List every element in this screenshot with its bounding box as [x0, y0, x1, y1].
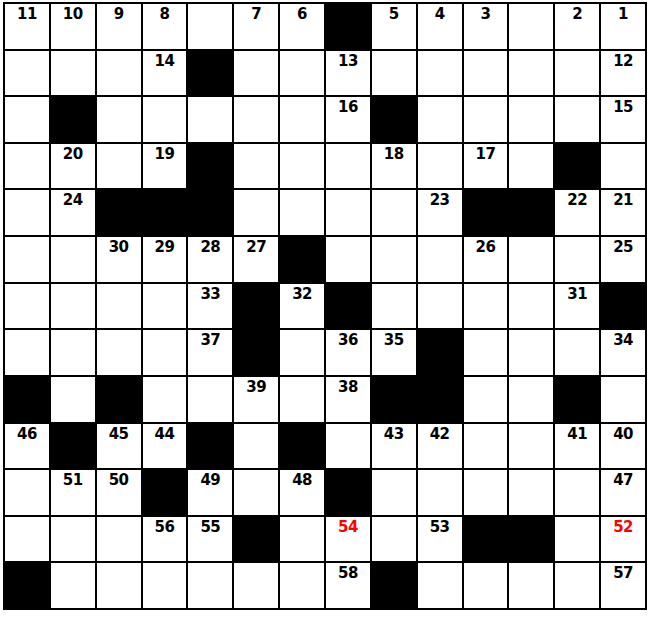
cell-r10c14[interactable]: 40: [601, 424, 645, 469]
cell-r1c10[interactable]: 4: [418, 4, 462, 49]
cell-r8c11[interactable]: [464, 330, 508, 375]
block-cell-r10c5: [188, 424, 232, 469]
cell-r3c10[interactable]: [418, 97, 462, 142]
clue-number-37: 37: [200, 330, 220, 348]
cell-r11c12[interactable]: [509, 470, 553, 515]
cell-r11c5[interactable]: 49: [188, 470, 232, 515]
cell-r7c11[interactable]: [464, 284, 508, 329]
clue-number-9: 9: [114, 4, 124, 22]
clue-number-18: 18: [384, 144, 404, 162]
cell-r4c1[interactable]: [5, 144, 49, 189]
clue-number-20: 20: [63, 144, 83, 162]
block-cell-r5c5: [188, 190, 232, 235]
cell-r4c14[interactable]: [601, 144, 645, 189]
cell-r6c8[interactable]: [326, 237, 370, 282]
cell-r1c2[interactable]: 10: [51, 4, 95, 49]
cell-r12c13[interactable]: [555, 517, 599, 562]
block-cell-r2c5: [188, 51, 232, 96]
cell-r4c3[interactable]: [97, 144, 141, 189]
cell-r7c2[interactable]: [51, 284, 95, 329]
cell-r3c13[interactable]: [555, 97, 599, 142]
clue-number-10: 10: [63, 4, 83, 22]
cell-r6c4[interactable]: 29: [143, 237, 187, 282]
cell-r6c3[interactable]: 30: [97, 237, 141, 282]
clue-number-53: 53: [430, 517, 450, 535]
clue-number-36: 36: [338, 330, 358, 348]
block-cell-r3c2: [51, 97, 95, 142]
clue-number-55: 55: [200, 517, 220, 535]
clue-number-42: 42: [430, 424, 450, 442]
cell-r3c11[interactable]: [464, 97, 508, 142]
cell-r4c10[interactable]: [418, 144, 462, 189]
cell-r13c14[interactable]: 57: [601, 563, 645, 608]
cell-r3c5[interactable]: [188, 97, 232, 142]
cell-r7c13[interactable]: 31: [555, 284, 599, 329]
block-cell-r8c10: [418, 330, 462, 375]
cell-r1c7[interactable]: 6: [280, 4, 324, 49]
cell-r9c5[interactable]: [188, 377, 232, 422]
cell-r1c6[interactable]: 7: [234, 4, 278, 49]
clue-number-1: 1: [618, 4, 628, 22]
block-cell-r4c13: [555, 144, 599, 189]
clue-number-38: 38: [338, 377, 358, 395]
clue-number-51: 51: [63, 470, 83, 488]
cell-r6c10[interactable]: [418, 237, 462, 282]
cell-r2c11[interactable]: [464, 51, 508, 96]
cell-r5c10[interactable]: 23: [418, 190, 462, 235]
cell-r6c12[interactable]: [509, 237, 553, 282]
block-cell-r7c8: [326, 284, 370, 329]
cell-r8c7[interactable]: [280, 330, 324, 375]
block-cell-r5c12: [509, 190, 553, 235]
cell-r13c11[interactable]: [464, 563, 508, 608]
clue-number-16: 16: [338, 97, 358, 115]
clue-number-14: 14: [155, 51, 175, 69]
cell-r7c1[interactable]: [5, 284, 49, 329]
cell-r5c7[interactable]: [280, 190, 324, 235]
cell-r1c12[interactable]: [509, 4, 553, 49]
clue-number-19: 19: [155, 144, 175, 162]
clue-number-15: 15: [613, 97, 633, 115]
cell-r7c3[interactable]: [97, 284, 141, 329]
cell-r10c1[interactable]: 46: [5, 424, 49, 469]
cell-r9c12[interactable]: [509, 377, 553, 422]
block-cell-r10c7: [280, 424, 324, 469]
cell-r12c14[interactable]: 52: [601, 517, 645, 562]
cell-r4c11[interactable]: 17: [464, 144, 508, 189]
block-cell-r12c6: [234, 517, 278, 562]
block-cell-r10c2: [51, 424, 95, 469]
cell-r8c8[interactable]: 36: [326, 330, 370, 375]
block-cell-r9c9: [372, 377, 416, 422]
cell-r5c2[interactable]: 24: [51, 190, 95, 235]
clue-number-49: 49: [200, 470, 220, 488]
cell-r6c1[interactable]: [5, 237, 49, 282]
cell-r5c9[interactable]: [372, 190, 416, 235]
cell-r3c12[interactable]: [509, 97, 553, 142]
cell-r2c12[interactable]: [509, 51, 553, 96]
cell-r9c2[interactable]: [51, 377, 95, 422]
cell-r2c2[interactable]: [51, 51, 95, 96]
clue-number-56: 56: [155, 517, 175, 535]
cell-r4c2[interactable]: 20: [51, 144, 95, 189]
clue-number-5: 5: [389, 4, 399, 22]
block-cell-r11c4: [143, 470, 187, 515]
block-cell-r5c11: [464, 190, 508, 235]
cell-r11c13[interactable]: [555, 470, 599, 515]
clue-number-45: 45: [109, 424, 129, 442]
cell-r12c8[interactable]: 54: [326, 517, 370, 562]
cell-r6c2[interactable]: [51, 237, 95, 282]
cell-r7c7[interactable]: 32: [280, 284, 324, 329]
cell-r13c2[interactable]: [51, 563, 95, 608]
cell-r1c11[interactable]: 3: [464, 4, 508, 49]
clue-number-27: 27: [246, 237, 266, 255]
cell-r13c10[interactable]: [418, 563, 462, 608]
cell-r8c4[interactable]: [143, 330, 187, 375]
block-cell-r5c3: [97, 190, 141, 235]
cell-r8c14[interactable]: 34: [601, 330, 645, 375]
cell-r2c4[interactable]: 14: [143, 51, 187, 96]
block-cell-r7c14: [601, 284, 645, 329]
cell-r13c7[interactable]: [280, 563, 324, 608]
cell-r8c12[interactable]: [509, 330, 553, 375]
clue-number-46: 46: [17, 424, 37, 442]
clue-number-11: 11: [17, 4, 37, 22]
clue-number-40: 40: [613, 424, 633, 442]
block-cell-r9c13: [555, 377, 599, 422]
cell-r8c2[interactable]: [51, 330, 95, 375]
cell-r10c9[interactable]: 43: [372, 424, 416, 469]
cell-r5c8[interactable]: [326, 190, 370, 235]
clue-number-58: 58: [338, 563, 358, 581]
clue-number-41: 41: [567, 424, 587, 442]
cell-r12c2[interactable]: [51, 517, 95, 562]
cell-r10c8[interactable]: [326, 424, 370, 469]
cell-r13c8[interactable]: 58: [326, 563, 370, 608]
cell-r4c7[interactable]: [280, 144, 324, 189]
cell-r1c9[interactable]: 5: [372, 4, 416, 49]
cell-r3c7[interactable]: [280, 97, 324, 142]
cell-r1c14[interactable]: 1: [601, 4, 645, 49]
cell-r10c11[interactable]: [464, 424, 508, 469]
clue-number-44: 44: [155, 424, 175, 442]
clue-number-25: 25: [613, 237, 633, 255]
cell-r8c13[interactable]: [555, 330, 599, 375]
cell-r1c5[interactable]: [188, 4, 232, 49]
clue-number-6: 6: [297, 4, 307, 22]
cell-r4c6[interactable]: [234, 144, 278, 189]
cell-r5c1[interactable]: [5, 190, 49, 235]
cell-r9c4[interactable]: [143, 377, 187, 422]
block-cell-r9c3: [97, 377, 141, 422]
cell-r4c8[interactable]: [326, 144, 370, 189]
cell-r12c7[interactable]: [280, 517, 324, 562]
cell-r2c8[interactable]: 13: [326, 51, 370, 96]
clue-number-26: 26: [476, 237, 496, 255]
cell-r8c9[interactable]: 35: [372, 330, 416, 375]
cell-r11c2[interactable]: 51: [51, 470, 95, 515]
block-cell-r3c9: [372, 97, 416, 142]
clue-number-22: 22: [567, 190, 587, 208]
cell-r1c1[interactable]: 11: [5, 4, 49, 49]
cell-r10c3[interactable]: 45: [97, 424, 141, 469]
clue-number-43: 43: [384, 424, 404, 442]
cell-r13c12[interactable]: [509, 563, 553, 608]
cell-r13c6[interactable]: [234, 563, 278, 608]
cell-r2c10[interactable]: [418, 51, 462, 96]
cell-r4c12[interactable]: [509, 144, 553, 189]
clue-number-3: 3: [481, 4, 491, 22]
cell-r12c5[interactable]: 55: [188, 517, 232, 562]
cell-r12c10[interactable]: 53: [418, 517, 462, 562]
cell-r7c12[interactable]: [509, 284, 553, 329]
block-cell-r7c6: [234, 284, 278, 329]
clue-number-8: 8: [160, 4, 170, 22]
cell-r8c5[interactable]: 37: [188, 330, 232, 375]
clue-number-4: 4: [435, 4, 445, 22]
cell-r12c4[interactable]: 56: [143, 517, 187, 562]
cell-r9c8[interactable]: 38: [326, 377, 370, 422]
clue-number-13: 13: [338, 51, 358, 69]
cell-r6c5[interactable]: 28: [188, 237, 232, 282]
cell-r6c14[interactable]: 25: [601, 237, 645, 282]
cell-r9c6[interactable]: 39: [234, 377, 278, 422]
cell-r6c6[interactable]: 27: [234, 237, 278, 282]
cell-r7c9[interactable]: [372, 284, 416, 329]
cell-r11c14[interactable]: 47: [601, 470, 645, 515]
cell-r1c13[interactable]: 2: [555, 4, 599, 49]
clue-number-47: 47: [613, 470, 633, 488]
crossword-grid: 1110987654321141312161520191817242322213…: [3, 2, 647, 610]
cell-r2c1[interactable]: [5, 51, 49, 96]
cell-r10c6[interactable]: [234, 424, 278, 469]
cell-r2c6[interactable]: [234, 51, 278, 96]
clue-number-31: 31: [567, 284, 587, 302]
clue-number-35: 35: [384, 330, 404, 348]
cell-r11c10[interactable]: [418, 470, 462, 515]
cell-r2c7[interactable]: [280, 51, 324, 96]
clue-number-17: 17: [476, 144, 496, 162]
cell-r12c1[interactable]: [5, 517, 49, 562]
block-cell-r1c8: [326, 4, 370, 49]
cell-r2c3[interactable]: [97, 51, 141, 96]
cell-r3c3[interactable]: [97, 97, 141, 142]
cell-r8c3[interactable]: [97, 330, 141, 375]
cell-r11c9[interactable]: [372, 470, 416, 515]
cell-r7c10[interactable]: [418, 284, 462, 329]
cell-r2c9[interactable]: [372, 51, 416, 96]
clue-number-52: 52: [613, 517, 633, 535]
cell-r6c11[interactable]: 26: [464, 237, 508, 282]
cell-r2c13[interactable]: [555, 51, 599, 96]
clue-number-2: 2: [572, 4, 582, 22]
clue-number-7: 7: [251, 4, 261, 22]
clue-number-23: 23: [430, 190, 450, 208]
crossword-board: 1110987654321141312161520191817242322213…: [3, 2, 647, 610]
block-cell-r6c7: [280, 237, 324, 282]
clue-number-24: 24: [63, 190, 83, 208]
cell-r3c6[interactable]: [234, 97, 278, 142]
cell-r9c7[interactable]: [280, 377, 324, 422]
block-cell-r11c8: [326, 470, 370, 515]
cell-r5c14[interactable]: 21: [601, 190, 645, 235]
clue-number-57: 57: [613, 563, 633, 581]
cell-r10c10[interactable]: 42: [418, 424, 462, 469]
cell-r3c1[interactable]: [5, 97, 49, 142]
block-cell-r9c1: [5, 377, 49, 422]
block-cell-r8c6: [234, 330, 278, 375]
cell-r11c7[interactable]: 48: [280, 470, 324, 515]
cell-r4c9[interactable]: 18: [372, 144, 416, 189]
block-cell-r5c4: [143, 190, 187, 235]
clue-number-33: 33: [200, 284, 220, 302]
cell-r12c9[interactable]: [372, 517, 416, 562]
cell-r13c13[interactable]: [555, 563, 599, 608]
cell-r7c4[interactable]: [143, 284, 187, 329]
cell-r1c4[interactable]: 8: [143, 4, 187, 49]
cell-r3c14[interactable]: 15: [601, 97, 645, 142]
cell-r9c11[interactable]: [464, 377, 508, 422]
block-cell-r9c10: [418, 377, 462, 422]
cell-r6c9[interactable]: [372, 237, 416, 282]
clue-number-21: 21: [613, 190, 633, 208]
clue-number-34: 34: [613, 330, 633, 348]
cell-r4c4[interactable]: 19: [143, 144, 187, 189]
cell-r9c14[interactable]: [601, 377, 645, 422]
cell-r10c12[interactable]: [509, 424, 553, 469]
cell-r10c4[interactable]: 44: [143, 424, 187, 469]
clue-number-12: 12: [613, 51, 633, 69]
cell-r11c11[interactable]: [464, 470, 508, 515]
cell-r8c1[interactable]: [5, 330, 49, 375]
block-cell-r4c5: [188, 144, 232, 189]
cell-r13c5[interactable]: [188, 563, 232, 608]
cell-r3c4[interactable]: [143, 97, 187, 142]
cell-r11c6[interactable]: [234, 470, 278, 515]
block-cell-r13c9: [372, 563, 416, 608]
clue-number-54: 54: [338, 517, 358, 535]
clue-number-48: 48: [292, 470, 312, 488]
clue-number-30: 30: [109, 237, 129, 255]
block-cell-r12c11: [464, 517, 508, 562]
cell-r13c3[interactable]: [97, 563, 141, 608]
cell-r1c3[interactable]: 9: [97, 4, 141, 49]
cell-r11c1[interactable]: [5, 470, 49, 515]
clue-number-32: 32: [292, 284, 312, 302]
clue-number-28: 28: [200, 237, 220, 255]
cell-r7c5[interactable]: 33: [188, 284, 232, 329]
cell-r2c14[interactable]: 12: [601, 51, 645, 96]
cell-r10c13[interactable]: 41: [555, 424, 599, 469]
clue-number-50: 50: [109, 470, 129, 488]
clue-number-39: 39: [246, 377, 266, 395]
cell-r5c6[interactable]: [234, 190, 278, 235]
cell-r6c13[interactable]: [555, 237, 599, 282]
cell-r13c4[interactable]: [143, 563, 187, 608]
cell-r5c13[interactable]: 22: [555, 190, 599, 235]
cell-r3c8[interactable]: 16: [326, 97, 370, 142]
cell-r11c3[interactable]: 50: [97, 470, 141, 515]
clue-number-29: 29: [155, 237, 175, 255]
block-cell-r12c12: [509, 517, 553, 562]
block-cell-r13c1: [5, 563, 49, 608]
cell-r12c3[interactable]: [97, 517, 141, 562]
